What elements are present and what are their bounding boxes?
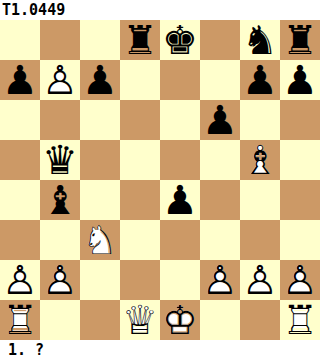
piece-black-pawn: ♟ xyxy=(240,60,280,100)
square-g6[interactable] xyxy=(240,100,280,140)
square-f5[interactable] xyxy=(200,140,240,180)
piece-black-rook: ♜ xyxy=(280,20,320,60)
square-h6[interactable] xyxy=(280,100,320,140)
chess-board: ♜♚♞♜♟♟♙♟♟♟♟♛♝♗♝♟♞♘♟♙♟♙♟♙♟♙♟♙♜♖♛♕♚♔♜♖ xyxy=(0,20,320,340)
square-g4[interactable] xyxy=(240,180,280,220)
square-b2[interactable]: ♟♙ xyxy=(40,260,80,300)
piece-white-pawn: ♙ xyxy=(40,60,80,100)
square-d5[interactable] xyxy=(120,140,160,180)
square-h3[interactable] xyxy=(280,220,320,260)
move-prompt: 1. ? xyxy=(0,340,320,360)
piece-white-pawn: ♙ xyxy=(280,260,320,300)
square-d6[interactable] xyxy=(120,100,160,140)
square-g2[interactable]: ♟♙ xyxy=(240,260,280,300)
piece-white-knight: ♘ xyxy=(80,220,120,260)
square-g5[interactable]: ♝♗ xyxy=(240,140,280,180)
square-c2[interactable] xyxy=(80,260,120,300)
piece-fill: ♟ xyxy=(200,260,240,300)
piece-black-pawn: ♟ xyxy=(200,100,240,140)
square-e6[interactable] xyxy=(160,100,200,140)
square-h2[interactable]: ♟♙ xyxy=(280,260,320,300)
square-e5[interactable] xyxy=(160,140,200,180)
piece-fill: ♟ xyxy=(40,60,80,100)
piece-white-pawn: ♙ xyxy=(0,260,40,300)
piece-fill: ♟ xyxy=(0,260,40,300)
square-c1[interactable] xyxy=(80,300,120,340)
position-title: T1.0449 xyxy=(0,0,320,20)
piece-fill: ♟ xyxy=(280,260,320,300)
piece-fill: ♟ xyxy=(40,260,80,300)
square-a2[interactable]: ♟♙ xyxy=(0,260,40,300)
square-a5[interactable] xyxy=(0,140,40,180)
square-h5[interactable] xyxy=(280,140,320,180)
square-d3[interactable] xyxy=(120,220,160,260)
square-f2[interactable]: ♟♙ xyxy=(200,260,240,300)
square-f1[interactable] xyxy=(200,300,240,340)
square-b8[interactable] xyxy=(40,20,80,60)
square-f7[interactable] xyxy=(200,60,240,100)
piece-white-pawn: ♙ xyxy=(240,260,280,300)
square-b6[interactable] xyxy=(40,100,80,140)
piece-fill: ♞ xyxy=(80,220,120,260)
piece-white-queen: ♕ xyxy=(120,300,160,340)
square-b7[interactable]: ♟♙ xyxy=(40,60,80,100)
square-a1[interactable]: ♜♖ xyxy=(0,300,40,340)
square-c8[interactable] xyxy=(80,20,120,60)
square-a6[interactable] xyxy=(0,100,40,140)
square-b5[interactable]: ♛ xyxy=(40,140,80,180)
square-d7[interactable] xyxy=(120,60,160,100)
square-c5[interactable] xyxy=(80,140,120,180)
piece-black-pawn: ♟ xyxy=(160,180,200,220)
square-a7[interactable]: ♟ xyxy=(0,60,40,100)
square-c7[interactable]: ♟ xyxy=(80,60,120,100)
piece-black-rook: ♜ xyxy=(120,20,160,60)
square-g1[interactable] xyxy=(240,300,280,340)
square-e7[interactable] xyxy=(160,60,200,100)
square-d1[interactable]: ♛♕ xyxy=(120,300,160,340)
square-h4[interactable] xyxy=(280,180,320,220)
piece-white-pawn: ♙ xyxy=(40,260,80,300)
piece-black-pawn: ♟ xyxy=(0,60,40,100)
square-g7[interactable]: ♟ xyxy=(240,60,280,100)
piece-black-king: ♚ xyxy=(160,20,200,60)
piece-black-queen: ♛ xyxy=(40,140,80,180)
square-f6[interactable]: ♟ xyxy=(200,100,240,140)
piece-black-knight: ♞ xyxy=(240,20,280,60)
square-e8[interactable]: ♚ xyxy=(160,20,200,60)
square-h1[interactable]: ♜♖ xyxy=(280,300,320,340)
piece-white-rook: ♖ xyxy=(280,300,320,340)
square-f4[interactable] xyxy=(200,180,240,220)
square-c3[interactable]: ♞♘ xyxy=(80,220,120,260)
square-c6[interactable] xyxy=(80,100,120,140)
square-b3[interactable] xyxy=(40,220,80,260)
square-e1[interactable]: ♚♔ xyxy=(160,300,200,340)
piece-white-pawn: ♙ xyxy=(200,260,240,300)
square-c4[interactable] xyxy=(80,180,120,220)
square-b1[interactable] xyxy=(40,300,80,340)
piece-fill: ♟ xyxy=(240,260,280,300)
piece-black-bishop: ♝ xyxy=(40,180,80,220)
square-h8[interactable]: ♜ xyxy=(280,20,320,60)
piece-black-pawn: ♟ xyxy=(80,60,120,100)
square-e4[interactable]: ♟ xyxy=(160,180,200,220)
square-e2[interactable] xyxy=(160,260,200,300)
piece-white-rook: ♖ xyxy=(0,300,40,340)
piece-fill: ♜ xyxy=(0,300,40,340)
square-a4[interactable] xyxy=(0,180,40,220)
square-g3[interactable] xyxy=(240,220,280,260)
square-a8[interactable] xyxy=(0,20,40,60)
square-d8[interactable]: ♜ xyxy=(120,20,160,60)
square-e3[interactable] xyxy=(160,220,200,260)
piece-fill: ♛ xyxy=(120,300,160,340)
square-f8[interactable] xyxy=(200,20,240,60)
piece-fill: ♝ xyxy=(240,140,280,180)
square-a3[interactable] xyxy=(0,220,40,260)
piece-white-king: ♔ xyxy=(160,300,200,340)
square-g8[interactable]: ♞ xyxy=(240,20,280,60)
piece-black-pawn: ♟ xyxy=(280,60,320,100)
square-b4[interactable]: ♝ xyxy=(40,180,80,220)
piece-fill: ♜ xyxy=(280,300,320,340)
square-d2[interactable] xyxy=(120,260,160,300)
piece-white-bishop: ♗ xyxy=(240,140,280,180)
square-f3[interactable] xyxy=(200,220,240,260)
square-h7[interactable]: ♟ xyxy=(280,60,320,100)
square-d4[interactable] xyxy=(120,180,160,220)
piece-fill: ♚ xyxy=(160,300,200,340)
